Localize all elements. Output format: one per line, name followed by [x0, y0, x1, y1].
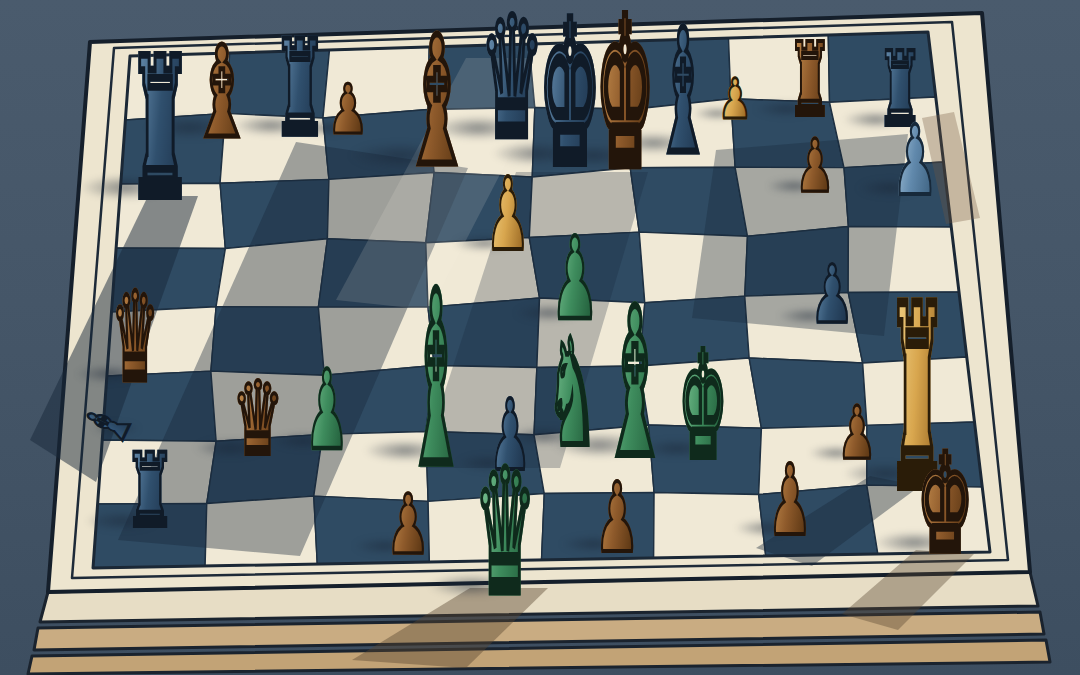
square-g2 [759, 425, 867, 494]
square-f8 [629, 38, 731, 109]
square-e1 [542, 492, 655, 560]
square-h2 [867, 422, 982, 487]
chessboard [0, 0, 1080, 675]
square-e7 [532, 107, 635, 177]
square-f2 [649, 425, 762, 495]
square-a8 [125, 53, 229, 120]
square-h8 [828, 32, 936, 102]
chess-illustration-scene: ♜♟♜♜♝♟♛♝♚♝♚♟♜♟♟♟♟♛♝♞♟♝♛♚♝♟♟♜♜♟♚♟♟♛ [0, 0, 1080, 675]
square-a7 [121, 113, 226, 184]
square-d1 [428, 494, 544, 562]
square-g8 [729, 35, 830, 102]
square-b8 [225, 50, 329, 118]
square-c1 [314, 496, 430, 564]
square-g3 [749, 358, 867, 428]
square-f1 [654, 492, 766, 558]
square-f3 [639, 358, 761, 428]
square-h3 [863, 357, 975, 425]
square-c8 [323, 47, 429, 118]
shadow-right-upper [692, 134, 908, 336]
